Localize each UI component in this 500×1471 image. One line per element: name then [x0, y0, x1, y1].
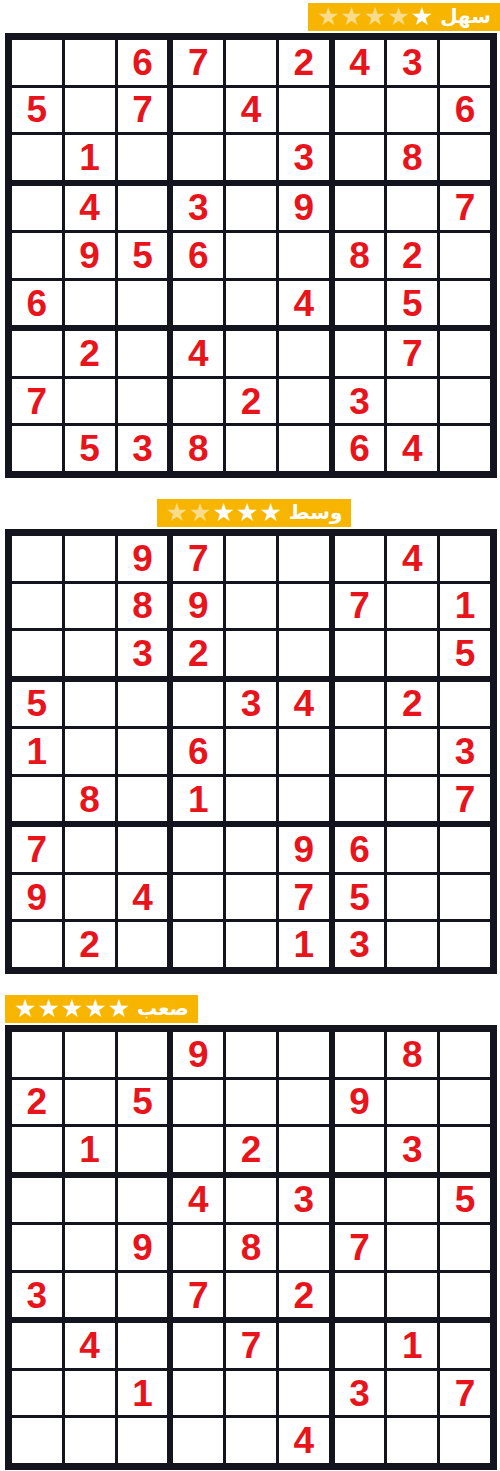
sudoku-box: 7243	[173, 40, 328, 180]
sudoku-box: 57	[335, 1178, 490, 1318]
cell-hard-r5c4[interactable]	[173, 1225, 223, 1270]
cell-easy-r1c8[interactable]: 3	[387, 40, 437, 85]
star-rating-hard: ★★★★★	[14, 995, 130, 1023]
cell-hard-r4c7[interactable]	[335, 1178, 385, 1223]
cell-hard-r6c3[interactable]	[118, 1273, 168, 1318]
cell-medium-r5c8[interactable]	[387, 729, 437, 774]
cell-easy-r9c4[interactable]: 8	[173, 426, 223, 471]
cell-medium-r2c5[interactable]	[226, 584, 276, 629]
cell-medium-r6c8[interactable]	[387, 777, 437, 822]
cell-easy-r7c1[interactable]	[12, 331, 62, 376]
sudoku-grid-easy: 65717243436849563964782527534287364	[5, 33, 497, 478]
cell-medium-r8c4[interactable]	[173, 875, 223, 920]
cell-easy-r8c6[interactable]	[279, 379, 329, 424]
cell-hard-r6c8[interactable]	[387, 1273, 437, 1318]
cell-hard-r1c1[interactable]	[12, 1032, 62, 1077]
cell-easy-r6c1[interactable]: 6	[12, 281, 62, 326]
cell-easy-r5c7[interactable]: 8	[335, 233, 385, 278]
cell-medium-r3c5[interactable]	[226, 631, 276, 676]
cell-easy-r7c5[interactable]	[226, 331, 276, 376]
cell-medium-r5c7[interactable]	[335, 729, 385, 774]
cell-easy-r9c6[interactable]	[279, 426, 329, 471]
cell-hard-r6c9[interactable]	[440, 1273, 490, 1318]
star-icon: ★	[84, 995, 106, 1023]
cell-hard-r4c2[interactable]	[65, 1178, 115, 1223]
sudoku-box: 6571	[12, 40, 167, 180]
cell-easy-r5c8[interactable]: 2	[387, 233, 437, 278]
cell-hard-r4c5[interactable]	[226, 1178, 276, 1223]
cell-medium-r7c7[interactable]: 6	[335, 827, 385, 872]
cell-hard-r2c9[interactable]	[440, 1080, 490, 1125]
cell-hard-r8c1[interactable]	[12, 1371, 62, 1416]
cell-hard-r5c5[interactable]: 8	[226, 1225, 276, 1270]
sudoku-box: 237	[335, 682, 490, 822]
sudoku-box: 4368	[335, 40, 490, 180]
cell-easy-r7c9[interactable]	[440, 331, 490, 376]
cell-hard-r7c9[interactable]	[440, 1323, 490, 1368]
cell-easy-r9c7[interactable]: 6	[335, 426, 385, 471]
cell-easy-r1c2[interactable]	[65, 40, 115, 85]
cell-medium-r5c9[interactable]: 3	[440, 729, 490, 774]
sudoku-box: 7825	[335, 186, 490, 326]
cell-medium-r1c7[interactable]	[335, 536, 385, 581]
cell-medium-r2c6[interactable]	[279, 584, 329, 629]
difficulty-banner-easy: سهل ★★★★★	[308, 3, 500, 31]
sudoku-box: 41	[12, 1323, 167, 1463]
cell-easy-r3c7[interactable]	[335, 135, 385, 180]
cell-medium-r1c3[interactable]: 9	[118, 536, 168, 581]
cell-medium-r3c8[interactable]	[387, 631, 437, 676]
cell-hard-r1c6[interactable]	[279, 1032, 329, 1077]
cell-easy-r4c7[interactable]	[335, 186, 385, 231]
cell-hard-r8c2[interactable]	[65, 1371, 115, 1416]
cell-easy-r8c2[interactable]	[65, 379, 115, 424]
cell-hard-r2c2[interactable]	[65, 1080, 115, 1125]
cell-hard-r8c7[interactable]: 3	[335, 1371, 385, 1416]
sudoku-box: 428	[173, 331, 328, 471]
cell-hard-r1c3[interactable]	[118, 1032, 168, 1077]
cell-easy-r5c6[interactable]	[279, 233, 329, 278]
cell-easy-r2c1[interactable]: 5	[12, 88, 62, 133]
cell-hard-r8c3[interactable]: 1	[118, 1371, 168, 1416]
cell-hard-r9c5[interactable]	[226, 1418, 276, 1463]
cell-hard-r9c8[interactable]	[387, 1418, 437, 1463]
cell-easy-r3c1[interactable]	[12, 135, 62, 180]
difficulty-label-medium: وسط	[289, 502, 343, 525]
sudoku-box: 93	[12, 1178, 167, 1318]
cell-easy-r8c1[interactable]: 7	[12, 379, 62, 424]
cell-easy-r2c2[interactable]	[65, 88, 115, 133]
cell-hard-r2c4[interactable]	[173, 1080, 223, 1125]
cell-medium-r2c8[interactable]	[387, 584, 437, 629]
cell-medium-r4c3[interactable]	[118, 682, 168, 727]
cell-hard-r1c7[interactable]	[335, 1032, 385, 1077]
cell-easy-r7c4[interactable]: 4	[173, 331, 223, 376]
cell-medium-r2c2[interactable]	[65, 584, 115, 629]
cell-hard-r5c6[interactable]	[279, 1225, 329, 1270]
cell-hard-r5c9[interactable]	[440, 1225, 490, 1270]
cell-medium-r5c4[interactable]: 6	[173, 729, 223, 774]
star-icon: ★	[236, 499, 258, 527]
sudoku-box: 74	[173, 1323, 328, 1463]
sudoku-box: 653	[335, 827, 490, 967]
cell-hard-r9c3[interactable]	[118, 1418, 168, 1463]
cell-easy-r4c1[interactable]	[12, 186, 62, 231]
cell-medium-r3c4[interactable]: 2	[173, 631, 223, 676]
cell-hard-r1c2[interactable]	[65, 1032, 115, 1077]
cell-hard-r3c1[interactable]	[12, 1127, 62, 1172]
cell-medium-r4c7[interactable]	[335, 682, 385, 727]
cell-medium-r7c6[interactable]: 9	[279, 827, 329, 872]
cell-medium-r7c3[interactable]	[118, 827, 168, 872]
cell-easy-r1c4[interactable]: 7	[173, 40, 223, 85]
cell-medium-r5c3[interactable]	[118, 729, 168, 774]
cell-easy-r7c8[interactable]: 7	[387, 331, 437, 376]
cell-hard-r5c1[interactable]	[12, 1225, 62, 1270]
cell-hard-r5c8[interactable]	[387, 1225, 437, 1270]
cell-easy-r4c4[interactable]: 3	[173, 186, 223, 231]
sudoku-box: 3461	[173, 682, 328, 822]
cell-hard-r7c4[interactable]	[173, 1323, 223, 1368]
difficulty-banner-hard: صعب ★★★★★	[5, 995, 198, 1023]
cell-medium-r6c9[interactable]: 7	[440, 777, 490, 822]
star-icon: ★	[317, 3, 339, 31]
cell-easy-r8c3[interactable]	[118, 379, 168, 424]
cell-hard-r5c3[interactable]: 9	[118, 1225, 168, 1270]
cell-medium-r8c7[interactable]: 5	[335, 875, 385, 920]
cell-easy-r6c5[interactable]	[226, 281, 276, 326]
cell-easy-r4c3[interactable]	[118, 186, 168, 231]
cell-medium-r3c9[interactable]: 5	[440, 631, 490, 676]
cell-medium-r9c8[interactable]	[387, 922, 437, 967]
cell-hard-r7c8[interactable]: 1	[387, 1323, 437, 1368]
cell-hard-r8c9[interactable]: 7	[440, 1371, 490, 1416]
sudoku-box: 2753	[12, 331, 167, 471]
cell-easy-r2c8[interactable]	[387, 88, 437, 133]
cell-medium-r5c6[interactable]	[279, 729, 329, 774]
cell-easy-r7c6[interactable]	[279, 331, 329, 376]
cell-easy-r5c3[interactable]: 5	[118, 233, 168, 278]
cell-easy-r6c7[interactable]	[335, 281, 385, 326]
cell-hard-r1c4[interactable]: 9	[173, 1032, 223, 1077]
cell-easy-r4c6[interactable]: 9	[279, 186, 329, 231]
cell-easy-r2c4[interactable]	[173, 88, 223, 133]
cell-easy-r3c9[interactable]	[440, 135, 490, 180]
cell-easy-r1c3[interactable]: 6	[118, 40, 168, 85]
cell-medium-r8c6[interactable]: 7	[279, 875, 329, 920]
cell-hard-r7c6[interactable]	[279, 1323, 329, 1368]
cell-hard-r3c4[interactable]	[173, 1127, 223, 1172]
cell-easy-r6c4[interactable]	[173, 281, 223, 326]
cell-easy-r2c3[interactable]: 7	[118, 88, 168, 133]
sudoku-box: 4956	[12, 186, 167, 326]
cell-easy-r9c1[interactable]	[12, 426, 62, 471]
cell-hard-r3c2[interactable]: 1	[65, 1127, 115, 1172]
sudoku-box: 4715	[335, 536, 490, 676]
cell-medium-r1c8[interactable]: 4	[387, 536, 437, 581]
cell-medium-r1c5[interactable]	[226, 536, 276, 581]
cell-medium-r9c3[interactable]	[118, 922, 168, 967]
star-icon: ★	[411, 3, 433, 31]
cell-hard-r2c6[interactable]	[279, 1080, 329, 1125]
cell-hard-r7c2[interactable]: 4	[65, 1323, 115, 1368]
cell-hard-r6c7[interactable]	[335, 1273, 385, 1318]
cell-medium-r3c2[interactable]	[65, 631, 115, 676]
star-icon: ★	[14, 995, 36, 1023]
cell-medium-r4c1[interactable]: 5	[12, 682, 62, 727]
cell-medium-r5c1[interactable]: 1	[12, 729, 62, 774]
difficulty-label-hard: صعب	[137, 998, 189, 1021]
cell-easy-r6c6[interactable]: 4	[279, 281, 329, 326]
cell-hard-r3c6[interactable]	[279, 1127, 329, 1172]
cell-hard-r9c2[interactable]	[65, 1418, 115, 1463]
cell-medium-r6c4[interactable]: 1	[173, 777, 223, 822]
cell-easy-r4c9[interactable]: 7	[440, 186, 490, 231]
cell-hard-r9c4[interactable]	[173, 1418, 223, 1463]
sudoku-box: 971	[173, 827, 328, 967]
sudoku-box: 518	[12, 682, 167, 822]
cell-medium-r1c9[interactable]	[440, 536, 490, 581]
cell-easy-r9c8[interactable]: 4	[387, 426, 437, 471]
cell-medium-r9c2[interactable]: 2	[65, 922, 115, 967]
cell-medium-r4c5[interactable]: 3	[226, 682, 276, 727]
cell-medium-r4c2[interactable]	[65, 682, 115, 727]
cell-hard-r8c5[interactable]	[226, 1371, 276, 1416]
cell-hard-r4c9[interactable]: 5	[440, 1178, 490, 1223]
cell-hard-r4c1[interactable]	[12, 1178, 62, 1223]
cell-medium-r1c1[interactable]	[12, 536, 62, 581]
difficulty-label-easy: سهل	[440, 6, 491, 29]
star-icon: ★	[259, 499, 281, 527]
cell-easy-r1c6[interactable]: 2	[279, 40, 329, 85]
cell-hard-r2c1[interactable]: 2	[12, 1080, 62, 1125]
cell-hard-r5c7[interactable]: 7	[335, 1225, 385, 1270]
cell-medium-r5c2[interactable]	[65, 729, 115, 774]
cell-easy-r2c5[interactable]: 4	[226, 88, 276, 133]
cell-hard-r9c1[interactable]	[12, 1418, 62, 1463]
cell-hard-r6c2[interactable]	[65, 1273, 115, 1318]
cell-medium-r2c4[interactable]: 9	[173, 584, 223, 629]
cell-medium-r1c6[interactable]	[279, 536, 329, 581]
cell-easy-r3c2[interactable]: 1	[65, 135, 115, 180]
difficulty-banner-medium: وسط ★★★★★	[157, 499, 352, 527]
cell-hard-r5c2[interactable]	[65, 1225, 115, 1270]
cell-medium-r4c6[interactable]: 4	[279, 682, 329, 727]
cell-hard-r9c6[interactable]: 4	[279, 1418, 329, 1463]
cell-medium-r9c1[interactable]	[12, 922, 62, 967]
cell-medium-r4c9[interactable]	[440, 682, 490, 727]
cell-easy-r3c6[interactable]: 3	[279, 135, 329, 180]
cell-easy-r2c6[interactable]	[279, 88, 329, 133]
cell-hard-r6c4[interactable]: 7	[173, 1273, 223, 1318]
star-icon: ★	[166, 499, 188, 527]
cell-easy-r6c2[interactable]	[65, 281, 115, 326]
cell-hard-r7c3[interactable]	[118, 1323, 168, 1368]
cell-easy-r3c5[interactable]	[226, 135, 276, 180]
cell-easy-r4c2[interactable]: 4	[65, 186, 115, 231]
cell-medium-r6c3[interactable]	[118, 777, 168, 822]
cell-medium-r9c9[interactable]	[440, 922, 490, 967]
cell-medium-r3c6[interactable]	[279, 631, 329, 676]
cell-easy-r5c9[interactable]	[440, 233, 490, 278]
cell-medium-r4c8[interactable]: 2	[387, 682, 437, 727]
cell-hard-r3c7[interactable]	[335, 1127, 385, 1172]
cell-easy-r6c3[interactable]	[118, 281, 168, 326]
cell-medium-r8c3[interactable]: 4	[118, 875, 168, 920]
sudoku-box: 92	[173, 1032, 328, 1172]
sudoku-box: 3964	[173, 186, 328, 326]
cell-medium-r6c5[interactable]	[226, 777, 276, 822]
cell-medium-r6c1[interactable]	[12, 777, 62, 822]
cell-hard-r9c7[interactable]	[335, 1418, 385, 1463]
cell-medium-r8c8[interactable]	[387, 875, 437, 920]
cell-hard-r3c8[interactable]: 3	[387, 1127, 437, 1172]
cell-hard-r2c7[interactable]: 9	[335, 1080, 385, 1125]
cell-hard-r9c9[interactable]	[440, 1418, 490, 1463]
cell-easy-r3c3[interactable]	[118, 135, 168, 180]
cell-hard-r8c4[interactable]	[173, 1371, 223, 1416]
sudoku-box: 251	[12, 1032, 167, 1172]
cell-medium-r3c3[interactable]: 3	[118, 631, 168, 676]
cell-medium-r6c2[interactable]: 8	[65, 777, 115, 822]
cell-medium-r9c5[interactable]	[226, 922, 276, 967]
cell-medium-r4c4[interactable]	[173, 682, 223, 727]
cell-medium-r9c7[interactable]: 3	[335, 922, 385, 967]
cell-hard-r4c3[interactable]	[118, 1178, 168, 1223]
cell-easy-r4c8[interactable]	[387, 186, 437, 231]
cell-medium-r8c9[interactable]	[440, 875, 490, 920]
sudoku-box: 7364	[335, 331, 490, 471]
cell-easy-r2c7[interactable]	[335, 88, 385, 133]
cell-medium-r7c8[interactable]	[387, 827, 437, 872]
cell-hard-r4c4[interactable]: 4	[173, 1178, 223, 1223]
sudoku-box: 983	[12, 536, 167, 676]
sudoku-grid-hard: 251928939343872574174137	[5, 1025, 497, 1470]
cell-medium-r2c1[interactable]	[12, 584, 62, 629]
cell-hard-r8c8[interactable]	[387, 1371, 437, 1416]
cell-easy-r7c3[interactable]	[118, 331, 168, 376]
cell-medium-r7c2[interactable]	[65, 827, 115, 872]
cell-easy-r1c1[interactable]	[12, 40, 62, 85]
cell-easy-r8c8[interactable]	[387, 379, 437, 424]
cell-hard-r1c9[interactable]	[440, 1032, 490, 1077]
cell-easy-r4c5[interactable]	[226, 186, 276, 231]
cell-hard-r2c3[interactable]: 5	[118, 1080, 168, 1125]
cell-medium-r3c1[interactable]	[12, 631, 62, 676]
cell-hard-r1c8[interactable]: 8	[387, 1032, 437, 1077]
cell-easy-r9c2[interactable]: 5	[65, 426, 115, 471]
cell-hard-r6c1[interactable]: 3	[12, 1273, 62, 1318]
cell-hard-r7c7[interactable]	[335, 1323, 385, 1368]
cell-hard-r2c8[interactable]	[387, 1080, 437, 1125]
cell-medium-r2c7[interactable]: 7	[335, 584, 385, 629]
cell-hard-r4c8[interactable]	[387, 1178, 437, 1223]
cell-hard-r6c6[interactable]: 2	[279, 1273, 329, 1318]
star-icon: ★	[387, 3, 409, 31]
sudoku-box: 893	[335, 1032, 490, 1172]
cell-medium-r6c7[interactable]	[335, 777, 385, 822]
star-icon: ★	[61, 995, 83, 1023]
star-icon: ★	[108, 995, 130, 1023]
cell-medium-r6c6[interactable]	[279, 777, 329, 822]
cell-easy-r9c3[interactable]: 3	[118, 426, 168, 471]
sudoku-box: 792	[173, 536, 328, 676]
cell-hard-r6c5[interactable]	[226, 1273, 276, 1318]
cell-hard-r3c9[interactable]	[440, 1127, 490, 1172]
cell-easy-r7c2[interactable]: 2	[65, 331, 115, 376]
cell-medium-r7c4[interactable]	[173, 827, 223, 872]
cell-hard-r7c5[interactable]: 7	[226, 1323, 276, 1368]
cell-easy-r5c2[interactable]: 9	[65, 233, 115, 278]
sudoku-page: سهل ★★★★★ 657172434368495639647825275342…	[0, 0, 500, 1470]
cell-easy-r9c9[interactable]	[440, 426, 490, 471]
cell-medium-r5c5[interactable]	[226, 729, 276, 774]
star-icon: ★	[364, 3, 386, 31]
sudoku-box: 43872	[173, 1178, 328, 1318]
cell-medium-r8c2[interactable]	[65, 875, 115, 920]
cell-hard-r1c5[interactable]	[226, 1032, 276, 1077]
cell-easy-r2c9[interactable]: 6	[440, 88, 490, 133]
star-rating-medium: ★★★★★	[166, 499, 282, 527]
cell-medium-r9c4[interactable]	[173, 922, 223, 967]
cell-medium-r2c9[interactable]: 1	[440, 584, 490, 629]
cell-medium-r2c3[interactable]: 8	[118, 584, 168, 629]
cell-easy-r3c4[interactable]	[173, 135, 223, 180]
cell-medium-r8c5[interactable]	[226, 875, 276, 920]
star-icon: ★	[213, 499, 235, 527]
cell-medium-r8c1[interactable]: 9	[12, 875, 62, 920]
star-icon: ★	[341, 3, 363, 31]
cell-medium-r1c2[interactable]	[65, 536, 115, 581]
cell-hard-r4c6[interactable]: 3	[279, 1178, 329, 1223]
cell-easy-r5c4[interactable]: 6	[173, 233, 223, 278]
cell-medium-r1c4[interactable]: 7	[173, 536, 223, 581]
cell-easy-r7c7[interactable]	[335, 331, 385, 376]
cell-hard-r7c1[interactable]	[12, 1323, 62, 1368]
sudoku-box: 7942	[12, 827, 167, 967]
sudoku-box: 137	[335, 1323, 490, 1463]
cell-easy-r1c9[interactable]	[440, 40, 490, 85]
cell-easy-r8c9[interactable]	[440, 379, 490, 424]
cell-hard-r2c5[interactable]	[226, 1080, 276, 1125]
cell-easy-r8c4[interactable]	[173, 379, 223, 424]
cell-easy-r6c9[interactable]	[440, 281, 490, 326]
cell-hard-r8c6[interactable]	[279, 1371, 329, 1416]
cell-hard-r3c5[interactable]: 2	[226, 1127, 276, 1172]
cell-easy-r8c5[interactable]: 2	[226, 379, 276, 424]
cell-easy-r5c1[interactable]	[12, 233, 62, 278]
cell-easy-r3c8[interactable]: 8	[387, 135, 437, 180]
cell-easy-r5c5[interactable]	[226, 233, 276, 278]
cell-easy-r9c5[interactable]	[226, 426, 276, 471]
cell-easy-r1c7[interactable]: 4	[335, 40, 385, 85]
star-rating-easy: ★★★★★	[317, 3, 433, 31]
cell-medium-r7c5[interactable]	[226, 827, 276, 872]
cell-easy-r6c8[interactable]: 5	[387, 281, 437, 326]
cell-hard-r3c3[interactable]	[118, 1127, 168, 1172]
sudoku-grid-medium: 983792471551834612377942971653	[5, 529, 497, 974]
cell-medium-r7c1[interactable]: 7	[12, 827, 62, 872]
cell-easy-r1c5[interactable]	[226, 40, 276, 85]
cell-medium-r3c7[interactable]	[335, 631, 385, 676]
star-icon: ★	[189, 499, 211, 527]
cell-medium-r7c9[interactable]	[440, 827, 490, 872]
cell-easy-r8c7[interactable]: 3	[335, 379, 385, 424]
cell-medium-r9c6[interactable]: 1	[279, 922, 329, 967]
star-icon: ★	[37, 995, 59, 1023]
